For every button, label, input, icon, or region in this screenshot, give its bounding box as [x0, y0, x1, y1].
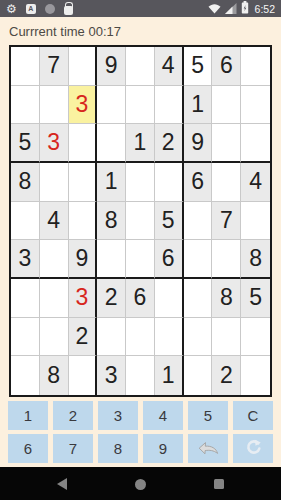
restart-icon	[244, 439, 262, 458]
timer-bar: Currrent time 00:17	[0, 17, 281, 45]
status-bar: ⚙ A 6:52	[0, 0, 281, 17]
cell-r8c4[interactable]	[97, 318, 126, 357]
cell-r7c6[interactable]	[155, 279, 184, 318]
cell-r4c5[interactable]	[126, 163, 155, 202]
cell-r9c1[interactable]	[11, 356, 40, 395]
cell-r7c7[interactable]	[184, 279, 213, 318]
key-C[interactable]: C	[233, 401, 273, 430]
cell-r3c3[interactable]	[69, 124, 98, 163]
key-1[interactable]: 1	[8, 401, 48, 430]
cell-r6c9[interactable]: 8	[241, 240, 270, 279]
cell-r6c3[interactable]: 9	[69, 240, 98, 279]
cell-r6c4[interactable]	[97, 240, 126, 279]
cell-r2c5[interactable]	[126, 86, 155, 125]
cell-r1c8[interactable]: 6	[212, 47, 241, 86]
cell-r4c2[interactable]	[40, 163, 69, 202]
key-5[interactable]: 5	[188, 401, 228, 430]
key-4[interactable]: 4	[143, 401, 183, 430]
cell-r8c7[interactable]	[184, 318, 213, 357]
cell-r3c6[interactable]: 2	[155, 124, 184, 163]
cell-r1c1[interactable]	[11, 47, 40, 86]
cell-r5c1[interactable]	[11, 202, 40, 241]
cell-r1c9[interactable]	[241, 47, 270, 86]
cell-r9c8[interactable]: 2	[212, 356, 241, 395]
cell-r5c5[interactable]	[126, 202, 155, 241]
restart-button[interactable]	[233, 434, 273, 463]
cell-r5c7[interactable]	[184, 202, 213, 241]
cell-r4c8[interactable]	[212, 163, 241, 202]
sudoku-grid: 7945631531298164485739683268528312	[9, 45, 272, 397]
cell-r4c3[interactable]	[69, 163, 98, 202]
cell-r2c4[interactable]	[97, 86, 126, 125]
cell-r2c1[interactable]	[11, 86, 40, 125]
cell-r7c3[interactable]: 3	[69, 279, 98, 318]
cell-r2c8[interactable]	[212, 86, 241, 125]
cell-r1c7[interactable]: 5	[184, 47, 213, 86]
back-icon[interactable]	[57, 478, 67, 490]
cell-r1c2[interactable]: 7	[40, 47, 69, 86]
cell-r4c1[interactable]: 8	[11, 163, 40, 202]
cell-r4c4[interactable]: 1	[97, 163, 126, 202]
cell-r2c6[interactable]	[155, 86, 184, 125]
cell-r6c8[interactable]	[212, 240, 241, 279]
cell-r9c4[interactable]: 3	[97, 356, 126, 395]
recents-icon[interactable]	[214, 479, 224, 489]
key-8[interactable]: 8	[98, 434, 138, 463]
undo-button[interactable]	[188, 434, 228, 463]
battery-icon	[241, 0, 249, 18]
keypad: 12345C 6789	[8, 401, 273, 463]
cell-r8c2[interactable]	[40, 318, 69, 357]
a-app-icon: A	[26, 4, 36, 14]
cell-r9c3[interactable]	[69, 356, 98, 395]
cell-r8c1[interactable]	[11, 318, 40, 357]
cell-r1c5[interactable]	[126, 47, 155, 86]
cell-r3c8[interactable]	[212, 124, 241, 163]
cell-r4c6[interactable]	[155, 163, 184, 202]
cell-r9c7[interactable]	[184, 356, 213, 395]
nav-bar	[0, 467, 281, 500]
key-3[interactable]: 3	[98, 401, 138, 430]
cell-r8c6[interactable]	[155, 318, 184, 357]
cell-r2c2[interactable]	[40, 86, 69, 125]
cell-r7c1[interactable]	[11, 279, 40, 318]
wifi-icon	[208, 0, 221, 18]
cell-r8c3[interactable]: 2	[69, 318, 98, 357]
cell-r1c3[interactable]	[69, 47, 98, 86]
cell-r6c1[interactable]: 3	[11, 240, 40, 279]
cell-r7c5[interactable]: 6	[126, 279, 155, 318]
cell-r5c9[interactable]	[241, 202, 270, 241]
signal-icon	[225, 0, 237, 18]
cell-r8c9[interactable]	[241, 318, 270, 357]
cell-r3c7[interactable]: 9	[184, 124, 213, 163]
gear-icon: ⚙	[6, 3, 17, 15]
cell-r4c7[interactable]: 6	[184, 163, 213, 202]
cell-r7c8[interactable]: 8	[212, 279, 241, 318]
cell-r2c7[interactable]: 1	[184, 86, 213, 125]
key-2[interactable]: 2	[53, 401, 93, 430]
keypad-row-1: 12345C	[8, 401, 273, 430]
cell-r5c6[interactable]: 5	[155, 202, 184, 241]
cell-r4c9[interactable]: 4	[241, 163, 270, 202]
cell-r7c2[interactable]	[40, 279, 69, 318]
cell-r2c3[interactable]: 3	[69, 86, 98, 125]
keypad-row-2: 6789	[8, 434, 273, 463]
cell-r5c2[interactable]: 4	[40, 202, 69, 241]
key-7[interactable]: 7	[53, 434, 93, 463]
status-bar-right: 6:52	[208, 0, 275, 18]
cell-r9c2[interactable]: 8	[40, 356, 69, 395]
status-bar-left: ⚙ A	[6, 3, 73, 15]
cell-r1c4[interactable]: 9	[97, 47, 126, 86]
cell-r3c1[interactable]: 5	[11, 124, 40, 163]
cell-r3c2[interactable]: 3	[40, 124, 69, 163]
home-icon[interactable]	[135, 479, 146, 490]
cell-r1c6[interactable]: 4	[155, 47, 184, 86]
cell-r5c3[interactable]	[69, 202, 98, 241]
cell-r5c8[interactable]: 7	[212, 202, 241, 241]
bag-icon	[64, 6, 73, 15]
cell-r7c4[interactable]: 2	[97, 279, 126, 318]
cell-r6c7[interactable]	[184, 240, 213, 279]
cell-r6c2[interactable]	[40, 240, 69, 279]
clock-text: 6:52	[255, 3, 275, 15]
cell-r3c5[interactable]: 1	[126, 124, 155, 163]
cell-r7c9[interactable]: 5	[241, 279, 270, 318]
cell-r3c4[interactable]	[97, 124, 126, 163]
cell-r6c5[interactable]	[126, 240, 155, 279]
cell-r9c9[interactable]	[241, 356, 270, 395]
cell-r8c5[interactable]	[126, 318, 155, 357]
cell-r6c6[interactable]: 6	[155, 240, 184, 279]
undo-icon	[196, 440, 220, 458]
key-6[interactable]: 6	[8, 434, 48, 463]
cell-r2c9[interactable]	[241, 86, 270, 125]
cell-r8c8[interactable]	[212, 318, 241, 357]
notification-circle-icon	[45, 4, 55, 14]
cell-r9c5[interactable]	[126, 356, 155, 395]
key-9[interactable]: 9	[143, 434, 183, 463]
timer-text: Currrent time 00:17	[9, 24, 121, 39]
cell-r3c9[interactable]	[241, 124, 270, 163]
cell-r5c4[interactable]: 8	[97, 202, 126, 241]
cell-r9c6[interactable]: 1	[155, 356, 184, 395]
